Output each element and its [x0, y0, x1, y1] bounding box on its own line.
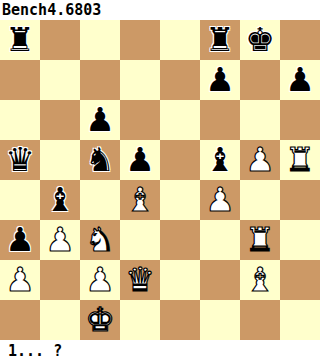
black-knight[interactable]: ♞: [80, 140, 120, 180]
square-g8[interactable]: ♚: [240, 20, 280, 60]
black-queen[interactable]: ♛: [0, 140, 40, 180]
black-rook[interactable]: ♜: [200, 20, 240, 60]
black-pawn[interactable]: ♟: [120, 140, 160, 180]
square-f3[interactable]: [200, 220, 240, 260]
square-e4[interactable]: [160, 180, 200, 220]
white-queen[interactable]: ♛: [120, 260, 160, 300]
square-f6[interactable]: [200, 100, 240, 140]
black-rook[interactable]: ♜: [0, 20, 40, 60]
square-a5[interactable]: ♛: [0, 140, 40, 180]
square-h3[interactable]: [280, 220, 320, 260]
square-c8[interactable]: [80, 20, 120, 60]
square-a8[interactable]: ♜: [0, 20, 40, 60]
square-a6[interactable]: [0, 100, 40, 140]
black-pawn[interactable]: ♟: [80, 100, 120, 140]
square-a2[interactable]: ♟: [0, 260, 40, 300]
black-bishop[interactable]: ♝: [40, 180, 80, 220]
square-b4[interactable]: ♝: [40, 180, 80, 220]
square-f2[interactable]: [200, 260, 240, 300]
black-pawn[interactable]: ♟: [280, 60, 320, 100]
square-h5[interactable]: ♜: [280, 140, 320, 180]
square-g4[interactable]: [240, 180, 280, 220]
square-a7[interactable]: [0, 60, 40, 100]
white-pawn[interactable]: ♟: [80, 260, 120, 300]
square-d8[interactable]: [120, 20, 160, 60]
square-f5[interactable]: ♝: [200, 140, 240, 180]
square-b1[interactable]: [40, 300, 80, 340]
square-e1[interactable]: [160, 300, 200, 340]
square-e8[interactable]: [160, 20, 200, 60]
square-c3[interactable]: ♞: [80, 220, 120, 260]
white-rook[interactable]: ♜: [240, 220, 280, 260]
square-c2[interactable]: ♟: [80, 260, 120, 300]
black-pawn[interactable]: ♟: [0, 220, 40, 260]
chess-board: ♜♜♚♟♟♟♛♞♟♝♟♜♝♝♟♟♟♞♜♟♟♛♝♚: [0, 20, 320, 340]
square-h6[interactable]: [280, 100, 320, 140]
black-pawn[interactable]: ♟: [200, 60, 240, 100]
square-b3[interactable]: ♟: [40, 220, 80, 260]
square-b2[interactable]: [40, 260, 80, 300]
square-b6[interactable]: [40, 100, 80, 140]
square-g5[interactable]: ♟: [240, 140, 280, 180]
square-f1[interactable]: [200, 300, 240, 340]
window-title: Bench4.6803: [0, 0, 320, 20]
white-bishop[interactable]: ♝: [240, 260, 280, 300]
square-d3[interactable]: [120, 220, 160, 260]
chess-app-window: Bench4.6803 ♜♜♚♟♟♟♛♞♟♝♟♜♝♝♟♟♟♞♜♟♟♛♝♚ 1..…: [0, 0, 320, 360]
square-g2[interactable]: ♝: [240, 260, 280, 300]
white-rook[interactable]: ♜: [280, 140, 320, 180]
square-c5[interactable]: ♞: [80, 140, 120, 180]
square-d7[interactable]: [120, 60, 160, 100]
white-king[interactable]: ♚: [80, 300, 120, 340]
square-c1[interactable]: ♚: [80, 300, 120, 340]
square-h4[interactable]: [280, 180, 320, 220]
white-pawn[interactable]: ♟: [200, 180, 240, 220]
square-d4[interactable]: ♝: [120, 180, 160, 220]
square-e3[interactable]: [160, 220, 200, 260]
move-prompt: 1... ?: [0, 340, 320, 360]
white-pawn[interactable]: ♟: [240, 140, 280, 180]
square-h2[interactable]: [280, 260, 320, 300]
square-a3[interactable]: ♟: [0, 220, 40, 260]
white-pawn[interactable]: ♟: [0, 260, 40, 300]
square-f7[interactable]: ♟: [200, 60, 240, 100]
square-e5[interactable]: [160, 140, 200, 180]
square-c7[interactable]: [80, 60, 120, 100]
square-e6[interactable]: [160, 100, 200, 140]
square-d2[interactable]: ♛: [120, 260, 160, 300]
square-c6[interactable]: ♟: [80, 100, 120, 140]
square-c4[interactable]: [80, 180, 120, 220]
white-pawn[interactable]: ♟: [40, 220, 80, 260]
square-e7[interactable]: [160, 60, 200, 100]
square-g3[interactable]: ♜: [240, 220, 280, 260]
square-h1[interactable]: [280, 300, 320, 340]
white-knight[interactable]: ♞: [80, 220, 120, 260]
square-h8[interactable]: [280, 20, 320, 60]
square-f8[interactable]: ♜: [200, 20, 240, 60]
square-b7[interactable]: [40, 60, 80, 100]
square-d5[interactable]: ♟: [120, 140, 160, 180]
square-g7[interactable]: [240, 60, 280, 100]
square-g1[interactable]: [240, 300, 280, 340]
square-d6[interactable]: [120, 100, 160, 140]
square-a1[interactable]: [0, 300, 40, 340]
square-b8[interactable]: [40, 20, 80, 60]
square-h7[interactable]: ♟: [280, 60, 320, 100]
square-e2[interactable]: [160, 260, 200, 300]
square-d1[interactable]: [120, 300, 160, 340]
square-f4[interactable]: ♟: [200, 180, 240, 220]
black-king[interactable]: ♚: [240, 20, 280, 60]
white-bishop[interactable]: ♝: [120, 180, 160, 220]
square-a4[interactable]: [0, 180, 40, 220]
black-bishop[interactable]: ♝: [200, 140, 240, 180]
square-g6[interactable]: [240, 100, 280, 140]
square-b5[interactable]: [40, 140, 80, 180]
